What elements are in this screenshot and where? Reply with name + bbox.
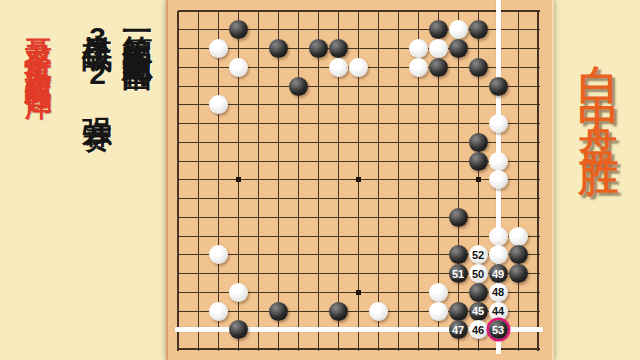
grid-line-vertical <box>218 11 219 351</box>
stone-white <box>229 283 248 302</box>
grid-line-horizontal <box>178 236 540 237</box>
move-number-label: 46 <box>472 324 484 336</box>
grid-line-vertical <box>398 11 399 351</box>
stone-white <box>329 58 348 77</box>
stone-white <box>349 58 368 77</box>
stone-black <box>509 264 528 283</box>
move-number-label: 53 <box>492 324 504 336</box>
grid-line-vertical <box>537 11 539 351</box>
stone-black-move-53: 53 <box>489 320 508 339</box>
grid-line-horizontal <box>178 104 540 105</box>
page: 聂卫平执黑对战周鹤洋 第一届洛阳龙门杯中国 棋圣战32强赛 5251504948… <box>0 0 640 360</box>
stone-white <box>509 227 528 246</box>
stone-white-move-48: 48 <box>489 283 508 302</box>
stone-black <box>429 58 448 77</box>
grid-line-vertical <box>458 11 459 351</box>
move-number-label: 47 <box>452 324 464 336</box>
event-title-column-2: 棋圣战32强赛 <box>76 12 118 99</box>
go-board: 52515049484544474653 <box>166 0 554 360</box>
stone-white <box>209 39 228 58</box>
move-number-label: 48 <box>492 286 504 298</box>
move-number-label: 52 <box>472 249 484 261</box>
grid-line-horizontal <box>178 86 540 87</box>
stone-white-move-50: 50 <box>469 264 488 283</box>
stone-black <box>309 39 328 58</box>
grid-line-vertical <box>518 11 519 351</box>
stone-white <box>429 302 448 321</box>
stone-white <box>489 114 508 133</box>
grid-line-horizontal <box>178 217 540 218</box>
stone-black <box>509 245 528 264</box>
star-point <box>356 290 361 295</box>
stone-white <box>409 58 428 77</box>
stone-black <box>269 302 288 321</box>
stone-black-move-47: 47 <box>449 320 468 339</box>
grid-line-horizontal <box>178 48 540 49</box>
stone-white <box>449 20 468 39</box>
stone-black-move-51: 51 <box>449 264 468 283</box>
move-number-label: 51 <box>452 268 464 280</box>
stone-white-move-44: 44 <box>489 302 508 321</box>
event-title-column-1: 第一届洛阳龙门杯中国 <box>116 12 158 42</box>
star-point <box>236 177 241 182</box>
stone-white-move-46: 46 <box>469 320 488 339</box>
move-number-label: 44 <box>492 305 504 317</box>
stone-black <box>229 20 248 39</box>
stone-white <box>489 152 508 171</box>
stone-white <box>409 39 428 58</box>
stone-black <box>329 39 348 58</box>
stone-black <box>269 39 288 58</box>
grid-line-vertical <box>278 11 279 351</box>
stone-white <box>209 95 228 114</box>
grid-line-horizontal <box>178 198 540 199</box>
stone-black <box>469 58 488 77</box>
grid-line-vertical <box>258 11 259 351</box>
stone-black <box>469 133 488 152</box>
stone-white <box>229 58 248 77</box>
grid-line-vertical <box>378 11 379 351</box>
stone-black-move-45: 45 <box>469 302 488 321</box>
stone-black-move-49: 49 <box>489 264 508 283</box>
grid-line-horizontal <box>178 348 540 350</box>
grid-line-vertical <box>298 11 299 351</box>
grid-line-vertical <box>198 11 199 351</box>
stone-black <box>449 245 468 264</box>
stone-black <box>449 302 468 321</box>
stone-black <box>469 152 488 171</box>
stone-black <box>289 77 308 96</box>
star-point <box>356 177 361 182</box>
stone-white <box>489 170 508 189</box>
stone-white <box>209 245 228 264</box>
grid-line-vertical <box>177 11 179 351</box>
stone-black <box>449 39 468 58</box>
stone-white <box>209 302 228 321</box>
move-number-label: 50 <box>472 268 484 280</box>
result-text: 白中盘胜 <box>577 34 621 154</box>
stone-white <box>489 227 508 246</box>
players-text: 聂卫平执黑对战周鹤洋 <box>20 17 56 77</box>
stone-black <box>469 20 488 39</box>
stone-white <box>369 302 388 321</box>
move-number-label: 45 <box>472 305 484 317</box>
stone-white <box>489 245 508 264</box>
stone-black <box>329 302 348 321</box>
stone-black <box>489 77 508 96</box>
move-number-label: 49 <box>492 268 504 280</box>
grid-line-horizontal <box>178 10 540 12</box>
stone-white <box>429 39 448 58</box>
stone-white-move-52: 52 <box>469 245 488 264</box>
star-point <box>476 177 481 182</box>
stone-black <box>469 283 488 302</box>
stone-black <box>429 20 448 39</box>
grid-line-horizontal <box>178 123 540 124</box>
stone-black <box>449 208 468 227</box>
stone-black <box>229 320 248 339</box>
grid-line-vertical <box>318 11 319 351</box>
stone-white <box>429 283 448 302</box>
